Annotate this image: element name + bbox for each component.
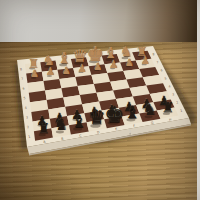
piece-shadow [38,124,44,126]
piece-shadow [110,67,115,69]
piece-shadow [89,60,99,63]
piece-shadow [94,69,99,71]
board-latch [129,133,131,135]
piece-shadow [39,134,46,136]
piece-shadow [90,124,100,128]
photo-edge-strip [197,0,200,200]
piece-shadow [160,104,166,106]
piece-shadow [126,118,135,121]
piece-shadow [163,113,170,115]
piece-shadow [125,110,131,112]
product-photo-chess-set: AA88BB77CC66DD55EE44FF33GG22HH11 ♜♞♝♛♚♝♞… [0,0,200,200]
piece-shadow [126,66,131,68]
piece-shadow [47,75,52,77]
piece-shadow [55,122,61,124]
piece-shadow [142,64,147,66]
piece-shadow [29,67,35,69]
piece-shadow [72,119,78,121]
piece-shadow [122,57,129,59]
piece-shadow [73,127,82,130]
piece-shadow [107,113,113,115]
piece-shadow [59,64,67,67]
piece-shadow [56,131,64,134]
piece-shadow [137,55,143,57]
piece-shadow [63,73,68,75]
piece-shadow [78,71,83,73]
chess-board-svg: AA88BB77CC66DD55EE44FF33GG22HH11 [0,0,200,200]
piece-shadow [107,121,119,125]
piece-shadow [74,62,83,65]
piece-shadow [44,66,51,68]
piece-shadow [31,77,36,79]
piece-shadow [90,116,96,118]
piece-shadow [106,58,114,61]
piece-shadow [142,107,148,109]
piece-shadow [145,115,153,118]
